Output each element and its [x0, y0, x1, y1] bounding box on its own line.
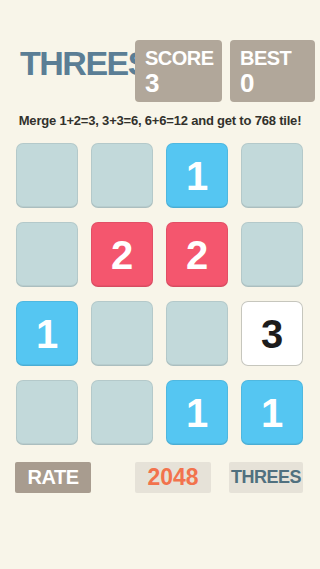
empty-cell — [91, 143, 153, 208]
app-title: THREES — [20, 44, 149, 83]
app-root: THREES SCORE 3 BEST 0 Merge 1+2=3, 3+3=6… — [0, 0, 320, 569]
empty-cell — [16, 380, 78, 445]
empty-cell — [241, 222, 303, 287]
best-value: 0 — [240, 69, 315, 97]
empty-cell — [91, 301, 153, 366]
empty-cell — [241, 143, 303, 208]
tile-1: 1 — [166, 143, 228, 208]
empty-cell — [16, 222, 78, 287]
instruction-text: Merge 1+2=3, 3+3=6, 6+6=12 and get to 76… — [0, 113, 320, 128]
score-box: SCORE 3 — [135, 40, 222, 102]
empty-cell — [166, 301, 228, 366]
tile-2: 2 — [166, 222, 228, 287]
tile-1: 1 — [16, 301, 78, 366]
board[interactable]: 1221311 — [16, 143, 303, 445]
empty-cell — [91, 380, 153, 445]
tile-2: 2 — [91, 222, 153, 287]
tile-1: 1 — [241, 380, 303, 445]
score-label: SCORE — [145, 47, 222, 69]
rate-button[interactable]: RATE — [15, 462, 91, 493]
tile-1: 1 — [166, 380, 228, 445]
threes-mode-button[interactable]: THREES — [229, 462, 303, 493]
score-value: 3 — [145, 69, 222, 97]
best-box: BEST 0 — [230, 40, 315, 102]
best-label: BEST — [240, 47, 315, 69]
empty-cell — [16, 143, 78, 208]
2048-mode-button[interactable]: 2048 — [135, 462, 211, 493]
tile-3: 3 — [241, 301, 303, 366]
